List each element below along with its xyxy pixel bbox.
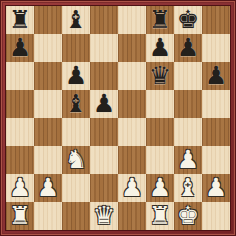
square-e7[interactable] <box>118 34 146 62</box>
square-f3[interactable] <box>146 146 174 174</box>
square-b5[interactable] <box>34 90 62 118</box>
square-c6[interactable]: ♟ <box>62 62 90 90</box>
square-g2[interactable]: ♝ <box>174 174 202 202</box>
piece-white-queen[interactable]: ♛ <box>93 202 115 230</box>
square-d1[interactable]: ♛ <box>90 202 118 230</box>
square-e1[interactable] <box>118 202 146 230</box>
piece-white-rook[interactable]: ♜ <box>9 202 31 230</box>
square-h4[interactable] <box>202 118 230 146</box>
square-h2[interactable]: ♟ <box>202 174 230 202</box>
piece-black-pawn[interactable]: ♟ <box>93 90 115 118</box>
square-g4[interactable] <box>174 118 202 146</box>
square-c4[interactable] <box>62 118 90 146</box>
square-b8[interactable] <box>34 6 62 34</box>
square-g6[interactable] <box>174 62 202 90</box>
square-d6[interactable] <box>90 62 118 90</box>
square-b6[interactable] <box>34 62 62 90</box>
square-a4[interactable] <box>6 118 34 146</box>
square-a8[interactable]: ♜ <box>6 6 34 34</box>
square-c1[interactable] <box>62 202 90 230</box>
chess-board: ♜♝♜♚♟♟♟♟♛♟♝♟♞♟♟♟♟♟♝♟♜♛♜♚ <box>6 6 230 230</box>
square-c7[interactable] <box>62 34 90 62</box>
square-c5[interactable]: ♝ <box>62 90 90 118</box>
square-h7[interactable] <box>202 34 230 62</box>
square-g3[interactable]: ♟ <box>174 146 202 174</box>
piece-white-rook[interactable]: ♜ <box>149 202 171 230</box>
square-d4[interactable] <box>90 118 118 146</box>
square-d8[interactable] <box>90 6 118 34</box>
piece-white-pawn[interactable]: ♟ <box>205 174 227 202</box>
square-h3[interactable] <box>202 146 230 174</box>
square-a1[interactable]: ♜ <box>6 202 34 230</box>
square-g5[interactable] <box>174 90 202 118</box>
piece-black-pawn[interactable]: ♟ <box>177 34 199 62</box>
square-f2[interactable]: ♟ <box>146 174 174 202</box>
square-b2[interactable]: ♟ <box>34 174 62 202</box>
piece-black-bishop[interactable]: ♝ <box>65 90 87 118</box>
square-g1[interactable]: ♚ <box>174 202 202 230</box>
square-a7[interactable]: ♟ <box>6 34 34 62</box>
square-e3[interactable] <box>118 146 146 174</box>
square-c8[interactable]: ♝ <box>62 6 90 34</box>
square-b1[interactable] <box>34 202 62 230</box>
square-h1[interactable] <box>202 202 230 230</box>
square-h6[interactable]: ♟ <box>202 62 230 90</box>
square-g7[interactable]: ♟ <box>174 34 202 62</box>
piece-black-pawn[interactable]: ♟ <box>65 62 87 90</box>
square-g8[interactable]: ♚ <box>174 6 202 34</box>
square-a6[interactable] <box>6 62 34 90</box>
square-f4[interactable] <box>146 118 174 146</box>
square-f7[interactable]: ♟ <box>146 34 174 62</box>
square-e6[interactable] <box>118 62 146 90</box>
piece-black-rook[interactable]: ♜ <box>9 6 31 34</box>
square-d5[interactable]: ♟ <box>90 90 118 118</box>
square-d3[interactable] <box>90 146 118 174</box>
square-f5[interactable] <box>146 90 174 118</box>
piece-white-pawn[interactable]: ♟ <box>9 174 31 202</box>
square-e8[interactable] <box>118 6 146 34</box>
square-d7[interactable] <box>90 34 118 62</box>
square-f6[interactable]: ♛ <box>146 62 174 90</box>
square-e4[interactable] <box>118 118 146 146</box>
square-b3[interactable] <box>34 146 62 174</box>
piece-black-rook[interactable]: ♜ <box>149 6 171 34</box>
piece-black-bishop[interactable]: ♝ <box>65 6 87 34</box>
square-h8[interactable] <box>202 6 230 34</box>
square-a3[interactable] <box>6 146 34 174</box>
square-a2[interactable]: ♟ <box>6 174 34 202</box>
chess-board-frame: ♜♝♜♚♟♟♟♟♛♟♝♟♞♟♟♟♟♟♝♟♜♛♜♚ <box>0 0 236 236</box>
piece-white-pawn[interactable]: ♟ <box>149 174 171 202</box>
piece-white-pawn[interactable]: ♟ <box>177 146 199 174</box>
piece-black-king[interactable]: ♚ <box>177 6 199 34</box>
square-e2[interactable]: ♟ <box>118 174 146 202</box>
piece-black-queen[interactable]: ♛ <box>149 62 171 90</box>
piece-black-pawn[interactable]: ♟ <box>9 34 31 62</box>
square-f1[interactable]: ♜ <box>146 202 174 230</box>
square-a5[interactable] <box>6 90 34 118</box>
piece-white-bishop[interactable]: ♝ <box>177 174 199 202</box>
square-e5[interactable] <box>118 90 146 118</box>
square-b4[interactable] <box>34 118 62 146</box>
square-c3[interactable]: ♞ <box>62 146 90 174</box>
piece-white-pawn[interactable]: ♟ <box>37 174 59 202</box>
square-h5[interactable] <box>202 90 230 118</box>
piece-white-pawn[interactable]: ♟ <box>121 174 143 202</box>
piece-white-king[interactable]: ♚ <box>177 202 199 230</box>
square-b7[interactable] <box>34 34 62 62</box>
piece-black-pawn[interactable]: ♟ <box>149 34 171 62</box>
square-d2[interactable] <box>90 174 118 202</box>
square-c2[interactable] <box>62 174 90 202</box>
square-f8[interactable]: ♜ <box>146 6 174 34</box>
piece-black-pawn[interactable]: ♟ <box>205 62 227 90</box>
piece-white-knight[interactable]: ♞ <box>65 146 87 174</box>
